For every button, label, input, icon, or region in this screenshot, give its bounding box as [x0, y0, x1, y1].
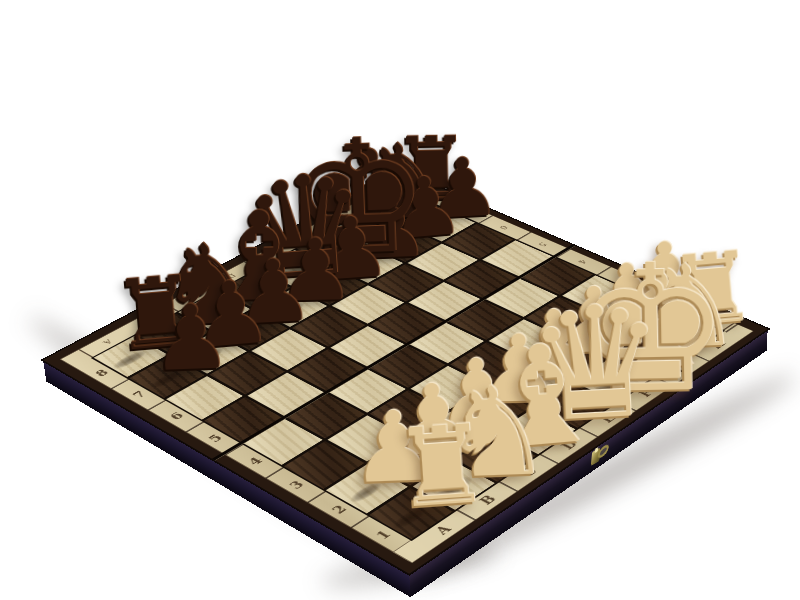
photo-scene: 8877665544332211AABBCCDDEEFFGGHH♜♞♝♛♚♝♞♜…: [0, 0, 800, 600]
white-rook-glyph: ♜: [390, 412, 457, 524]
black-pawn-glyph: ♟: [149, 293, 206, 384]
board-top-face: 8877665544332211AABBCCDDEEFFGGHH♜♞♝♛♚♝♞♜…: [43, 171, 768, 574]
square-d5[interactable]: [330, 326, 405, 367]
chess-board: 8877665544332211AABBCCDDEEFFGGHH♜♞♝♛♚♝♞♜…: [40, 170, 770, 576]
